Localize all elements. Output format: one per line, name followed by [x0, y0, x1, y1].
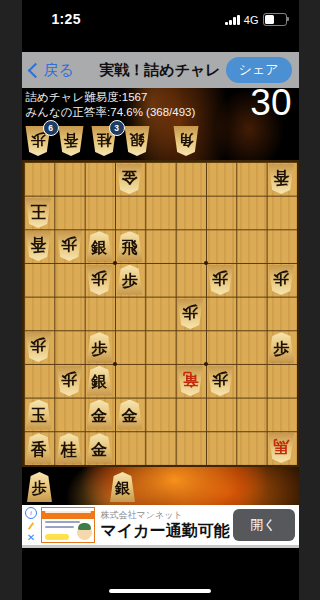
piece-glyph: 桂: [96, 132, 111, 147]
piece-glyph: 歩: [91, 341, 107, 357]
piece-glyph: 王: [31, 203, 47, 219]
puzzle-info: 詰めチャレ難易度:1567 みんなの正答率:74.6% (368/493): [26, 90, 196, 120]
piece-promoted-rook-gote[interactable]: 竜: [177, 366, 204, 396]
piece-glyph: 香: [31, 442, 47, 458]
ad-close-icon[interactable]: ✕: [27, 533, 35, 543]
ad-thumbnail[interactable]: [41, 507, 95, 543]
clock: 1:25: [52, 11, 81, 27]
piece-pawn-gote[interactable]: 歩: [56, 231, 83, 261]
hand-piece-count-badge: 3: [109, 120, 125, 136]
piece-glyph: 歩: [182, 304, 198, 320]
piece-gold-gote[interactable]: 金: [116, 164, 143, 194]
piece-glyph: 歩: [61, 371, 77, 387]
bottom-area: [22, 548, 299, 600]
piece-pawn-gote[interactable]: 歩: [177, 299, 204, 329]
piece-glyph: 香: [63, 132, 78, 147]
piece-glyph: 歩: [273, 270, 289, 286]
shogi-board[interactable]: 金香王香歩銀飛歩歩歩歩歩歩歩歩歩銀竜歩玉金金香桂金馬: [22, 160, 299, 467]
piece-glyph: 歩: [61, 237, 77, 253]
piece-king-gote[interactable]: 王: [25, 198, 52, 228]
piece-glyph: 香: [31, 237, 47, 253]
hand-piece-bishop-gote[interactable]: 角: [173, 126, 199, 156]
piece-glyph: 馬: [273, 439, 289, 455]
status-bar: 1:25 4G: [22, 0, 299, 52]
board-star-point: [204, 362, 208, 366]
hand-piece-lance-gote[interactable]: 香: [58, 126, 84, 156]
piece-glyph: 歩: [213, 371, 229, 387]
board-star-point: [113, 261, 117, 265]
piece-glyph: 金: [91, 408, 107, 424]
ad-info-icon[interactable]: i: [25, 507, 37, 519]
page-title: 実戦！詰めチャレ: [99, 61, 220, 80]
piece-pawn-gote[interactable]: 歩: [25, 332, 52, 362]
home-indicator[interactable]: [109, 589, 211, 594]
piece-glyph: 玉: [31, 408, 47, 424]
piece-glyph: 香: [273, 169, 289, 185]
piece-pawn-sente[interactable]: 歩: [268, 332, 295, 362]
piece-gold-sente[interactable]: 金: [116, 400, 143, 430]
piece-pawn-gote[interactable]: 歩: [207, 366, 234, 396]
back-button-label: 戻る: [44, 61, 74, 80]
ad-advertiser: 株式会社マンネット: [101, 510, 230, 521]
piece-silver-sente[interactable]: 銀: [86, 366, 113, 396]
piece-gold-sente[interactable]: 金: [86, 433, 113, 463]
piece-glyph: 桂: [61, 442, 77, 458]
piece-glyph: 飛: [122, 240, 138, 256]
piece-rook-sente[interactable]: 飛: [116, 231, 143, 261]
piece-glyph: 銀: [115, 481, 130, 496]
game-area: 詰めチャレ難易度:1567 みんなの正答率:74.6% (368/493) 30…: [22, 88, 299, 505]
ad-worker-character: [77, 525, 92, 540]
piece-pawn-gote[interactable]: 歩: [86, 265, 113, 295]
countdown-timer: 30: [250, 82, 291, 124]
piece-pawn-gote[interactable]: 歩: [56, 366, 83, 396]
difficulty-text: 詰めチャレ難易度:1567: [26, 90, 196, 105]
back-button[interactable]: 戻る: [28, 52, 74, 88]
piece-promoted-bishop-gote[interactable]: 馬: [268, 433, 295, 463]
piece-glyph: 歩: [91, 270, 107, 286]
piece-lance-sente[interactable]: 香: [25, 433, 52, 463]
hand-piece-silver-gote[interactable]: 銀: [124, 126, 150, 156]
gote-hand-tray: 歩6香桂3銀角: [22, 122, 299, 160]
battery-icon: [263, 13, 287, 26]
piece-lance-gote[interactable]: 香: [268, 164, 295, 194]
share-button[interactable]: シェア: [226, 57, 292, 83]
board-star-point: [204, 261, 208, 265]
board-star-point: [113, 362, 117, 366]
piece-glyph: 歩: [273, 341, 289, 357]
piece-silver-sente[interactable]: 銀: [86, 231, 113, 261]
piece-pawn-sente[interactable]: 歩: [116, 265, 143, 295]
piece-glyph: 金: [122, 169, 138, 185]
chevron-left-icon: [27, 62, 43, 78]
piece-knight-sente[interactable]: 桂: [56, 433, 83, 463]
ad-thumb-pill: [45, 534, 69, 540]
network-type: 4G: [244, 14, 259, 26]
ad-banner[interactable]: i ✕ 株式会社マンネット マイカー通勤可能 開く: [22, 505, 299, 545]
piece-glyph: 竜: [182, 371, 198, 387]
hand-piece-count-badge: 6: [43, 120, 59, 136]
piece-glyph: 角: [178, 132, 193, 147]
hand-piece-pawn-sente[interactable]: 歩: [27, 472, 53, 502]
piece-glyph: 歩: [32, 481, 47, 496]
piece-glyph: 銀: [91, 240, 107, 256]
hand-piece-silver-sente[interactable]: 銀: [110, 472, 136, 502]
success-rate-text: みんなの正答率:74.6% (368/493): [26, 105, 196, 120]
piece-gold-sente[interactable]: 金: [86, 400, 113, 430]
piece-glyph: 銀: [91, 374, 107, 390]
piece-pawn-gote[interactable]: 歩: [268, 265, 295, 295]
phone-screen: 1:25 4G 戻る 実戦！詰めチャレ シェア 詰めチャレ難易度:1567 みん…: [22, 0, 299, 600]
sente-hand-tray: 歩銀: [22, 469, 299, 505]
piece-pawn-sente[interactable]: 歩: [86, 332, 113, 362]
ad-headline: マイカー通勤可能: [101, 521, 230, 540]
piece-glyph: 金: [91, 442, 107, 458]
piece-lance-gote[interactable]: 香: [25, 231, 52, 261]
piece-glyph: 銀: [129, 132, 144, 147]
piece-glyph: 歩: [213, 270, 229, 286]
signal-strength-icon: [225, 15, 240, 25]
ad-open-button[interactable]: 開く: [233, 509, 295, 541]
ad-divider-slash: [28, 522, 34, 530]
piece-glyph: 歩: [30, 132, 45, 147]
piece-glyph: 金: [122, 408, 138, 424]
piece-glyph: 歩: [31, 338, 47, 354]
piece-pawn-gote[interactable]: 歩: [207, 265, 234, 295]
piece-glyph: 歩: [122, 273, 138, 289]
piece-king-sente[interactable]: 玉: [25, 400, 52, 430]
